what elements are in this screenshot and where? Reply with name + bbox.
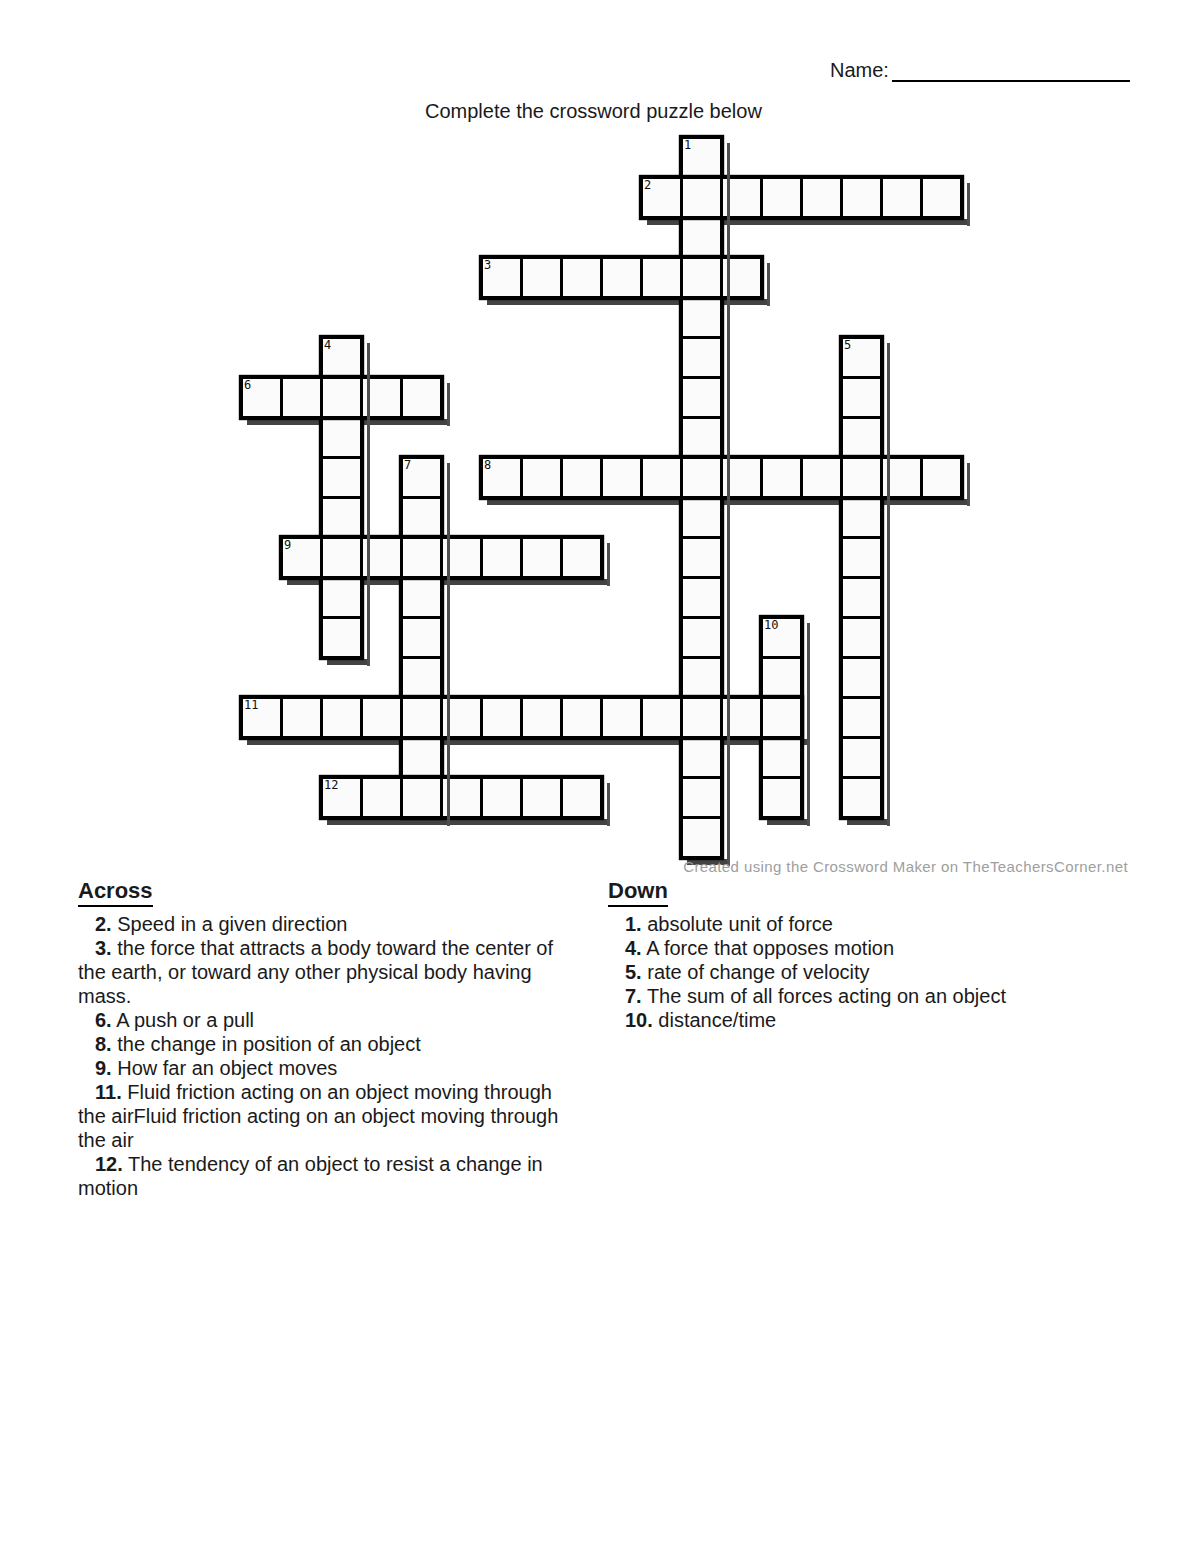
word-3-across: [480, 256, 763, 299]
crossword-cell[interactable]: [683, 299, 720, 336]
word-shadow-bottom: [327, 819, 610, 825]
clue-text: the change in position of an object: [112, 1033, 421, 1055]
crossword-cell[interactable]: [683, 699, 720, 736]
grid-clue-number: 7: [404, 459, 411, 472]
clue-text: rate of change of velocity: [642, 961, 870, 983]
clue-number: 11.: [95, 1081, 122, 1103]
word-6-across: [240, 376, 443, 419]
word-shadow-right: [967, 463, 970, 506]
crossword-cell[interactable]: [843, 699, 880, 736]
crossword-cell[interactable]: [523, 699, 560, 736]
crossword-cell[interactable]: [323, 499, 360, 536]
crossword-cell[interactable]: [523, 539, 560, 576]
crossword-cell[interactable]: [403, 539, 440, 576]
word-shadow-right: [727, 143, 730, 866]
crossword-cell[interactable]: [603, 699, 640, 736]
crossword-cell[interactable]: [843, 539, 880, 576]
crossword-cell[interactable]: [403, 619, 440, 656]
crossword-cell[interactable]: [843, 179, 880, 216]
word-2-across: [640, 176, 963, 219]
clue-number: 8.: [95, 1033, 112, 1055]
clue-down-4: 4. A force that opposes motion: [608, 936, 1168, 960]
crossword-cell[interactable]: [763, 659, 800, 696]
clue-text: How far an object moves: [112, 1057, 338, 1079]
crossword-cell[interactable]: [683, 819, 720, 856]
word-shadow-right: [967, 183, 970, 226]
crossword-cell[interactable]: [323, 419, 360, 456]
crossword-cell[interactable]: [363, 699, 400, 736]
crossword-cell[interactable]: [283, 379, 320, 416]
crossword-cell[interactable]: [523, 779, 560, 816]
clue-number: 1.: [625, 913, 642, 935]
crossword-cell[interactable]: [683, 579, 720, 616]
crossword-cell[interactable]: [683, 539, 720, 576]
crossword-cell[interactable]: [403, 579, 440, 616]
word-shadow-bottom: [327, 659, 370, 665]
crossword-cell[interactable]: [603, 459, 640, 496]
word-shadow-right: [607, 543, 610, 586]
crossword-cell[interactable]: [843, 619, 880, 656]
grid-clue-number: 11: [244, 699, 258, 712]
clue-across-8: 8. the change in position of an object: [78, 1032, 564, 1056]
grid-clue-number: 6: [244, 379, 251, 392]
clue-number: 5.: [625, 961, 642, 983]
word-12-across: [320, 776, 603, 819]
crossword-cell[interactable]: [923, 179, 960, 216]
word-shadow-right: [447, 463, 450, 826]
page-title: Complete the crossword puzzle below: [425, 100, 762, 123]
crossword-cell[interactable]: [643, 699, 680, 736]
word-9-across: [280, 536, 603, 579]
crossword-cell[interactable]: [843, 659, 880, 696]
crossword-cell[interactable]: [603, 259, 640, 296]
crossword-cell[interactable]: [683, 499, 720, 536]
crossword-cell[interactable]: [923, 459, 960, 496]
word-shadow-right: [447, 383, 450, 426]
grid-clue-number: 2: [644, 179, 651, 192]
clue-number: 10.: [625, 1009, 653, 1031]
clue-across-3: 3. the force that attracts a body toward…: [78, 936, 564, 1008]
word-7-down: [400, 456, 443, 819]
word-shadow-right: [887, 343, 890, 826]
crossword-cell[interactable]: [763, 779, 800, 816]
crossword-cell[interactable]: [683, 459, 720, 496]
crossword-cell[interactable]: [843, 579, 880, 616]
crossword-cell[interactable]: [323, 699, 360, 736]
crossword-cell[interactable]: [683, 659, 720, 696]
grid-clue-number: 10: [764, 619, 778, 632]
word-11-across: [240, 696, 803, 739]
clue-text: Speed in a given direction: [112, 913, 348, 935]
clue-number: 12.: [95, 1153, 123, 1175]
clue-number: 2.: [95, 913, 112, 935]
name-label: Name:: [830, 59, 889, 82]
crossword-cell[interactable]: [363, 779, 400, 816]
clue-text: A force that opposes motion: [642, 937, 894, 959]
word-shadow-right: [767, 263, 770, 306]
crossword-board: 123456789101112: [240, 136, 963, 859]
clue-across-9: 9. How far an object moves: [78, 1056, 564, 1080]
clue-text: A push or a pull: [112, 1009, 254, 1031]
clue-text: The sum of all forces acting on an objec…: [642, 985, 1006, 1007]
crossword-cell[interactable]: [763, 699, 800, 736]
crossword-cell[interactable]: [523, 259, 560, 296]
down-heading: Down: [608, 878, 668, 907]
crossword-cell[interactable]: [403, 699, 440, 736]
crossword-cell[interactable]: [403, 659, 440, 696]
grid-clue-number: 9: [284, 539, 291, 552]
name-field-row: Name:: [830, 58, 1130, 82]
crossword-cell[interactable]: [403, 739, 440, 776]
crossword-cell[interactable]: [323, 459, 360, 496]
clue-number: 7.: [625, 985, 642, 1007]
crossword-cell[interactable]: [843, 499, 880, 536]
crossword-cell[interactable]: [683, 739, 720, 776]
word-8-across: [480, 456, 963, 499]
crossword-cell[interactable]: [843, 779, 880, 816]
crossword-cell[interactable]: [403, 779, 440, 816]
crossword-cell[interactable]: [803, 459, 840, 496]
clue-across-2: 2. Speed in a given direction: [78, 912, 564, 936]
across-clues-section: Across 2. Speed in a given direction3. t…: [78, 878, 564, 1200]
grid-clue-number: 5: [844, 339, 851, 352]
crossword-cell[interactable]: [563, 699, 600, 736]
crossword-cell[interactable]: [883, 179, 920, 216]
clue-across-12: 12. The tendency of an object to resist …: [78, 1152, 564, 1200]
clue-down-5: 5. rate of change of velocity: [608, 960, 1168, 984]
grid-clue-number: 12: [324, 779, 338, 792]
crossword-cell[interactable]: [643, 459, 680, 496]
crossword-cell[interactable]: [843, 379, 880, 416]
clue-number: 4.: [625, 937, 642, 959]
crossword-cell[interactable]: [843, 459, 880, 496]
crossword-cell[interactable]: [563, 259, 600, 296]
crossword-cell[interactable]: [683, 179, 720, 216]
crossword-cell[interactable]: [683, 219, 720, 256]
crossword-cell[interactable]: [683, 259, 720, 296]
word-shadow-bottom: [767, 819, 810, 825]
grid-clue-number: 3: [484, 259, 491, 272]
attribution-text: Created using the Crossword Maker on The…: [400, 858, 1128, 875]
across-heading: Across: [78, 878, 153, 907]
crossword-cell[interactable]: [323, 619, 360, 656]
clue-text: absolute unit of force: [642, 913, 833, 935]
crossword-cell[interactable]: [683, 379, 720, 416]
crossword-cell[interactable]: [763, 179, 800, 216]
clue-number: 9.: [95, 1057, 112, 1079]
clue-across-6: 6. A push or a pull: [78, 1008, 564, 1032]
crossword-cell[interactable]: [563, 459, 600, 496]
crossword-cell[interactable]: [843, 419, 880, 456]
crossword-cell[interactable]: [763, 459, 800, 496]
crossword-cell[interactable]: [523, 459, 560, 496]
clue-text: distance/time: [653, 1009, 776, 1031]
crossword-cell[interactable]: [483, 539, 520, 576]
grid-clue-number: 8: [484, 459, 491, 472]
across-clues: 2. Speed in a given direction3. the forc…: [78, 912, 564, 1200]
crossword-cell[interactable]: [683, 419, 720, 456]
clue-across-11: 11. Fluid friction acting on an object m…: [78, 1080, 564, 1152]
crossword-cell[interactable]: [843, 739, 880, 776]
crossword-cell[interactable]: [803, 179, 840, 216]
crossword-cell[interactable]: [403, 379, 440, 416]
crossword-cell[interactable]: [283, 699, 320, 736]
crossword-cell[interactable]: [483, 699, 520, 736]
crossword-cell[interactable]: [403, 499, 440, 536]
clue-down-10: 10. distance/time: [608, 1008, 1168, 1032]
crossword-cell[interactable]: [683, 619, 720, 656]
crossword-cell[interactable]: [483, 779, 520, 816]
grid-clue-number: 4: [324, 339, 331, 352]
crossword-cell[interactable]: [323, 579, 360, 616]
word-shadow-bottom: [847, 819, 890, 825]
clue-down-1: 1. absolute unit of force: [608, 912, 1168, 936]
clue-number: 3.: [95, 937, 112, 959]
crossword-cell[interactable]: [763, 739, 800, 776]
crossword-cell[interactable]: [563, 539, 600, 576]
crossword-cell[interactable]: [643, 259, 680, 296]
crossword-cell[interactable]: [323, 539, 360, 576]
clue-number: 6.: [95, 1009, 112, 1031]
crossword-cell[interactable]: [683, 779, 720, 816]
crossword-cell[interactable]: [323, 379, 360, 416]
clue-text: the force that attracts a body toward th…: [78, 937, 553, 1007]
word-5-down: [840, 336, 883, 819]
word-shadow-right: [367, 343, 370, 666]
word-shadow-right: [807, 703, 810, 746]
clue-text: Fluid friction acting on an object movin…: [78, 1081, 558, 1151]
name-underline[interactable]: [892, 58, 1130, 82]
down-clues: 1. absolute unit of force4. A force that…: [608, 912, 1168, 1032]
clue-down-7: 7. The sum of all forces acting on an ob…: [608, 984, 1168, 1008]
crossword-cell[interactable]: [563, 779, 600, 816]
crossword-cell[interactable]: [683, 339, 720, 376]
down-clues-section: Down 1. absolute unit of force4. A force…: [608, 878, 1168, 1032]
word-shadow-bottom: [247, 739, 810, 745]
clue-text: The tendency of an object to resist a ch…: [78, 1153, 543, 1199]
word-shadow-right: [607, 783, 610, 826]
grid-clue-number: 1: [684, 139, 691, 152]
